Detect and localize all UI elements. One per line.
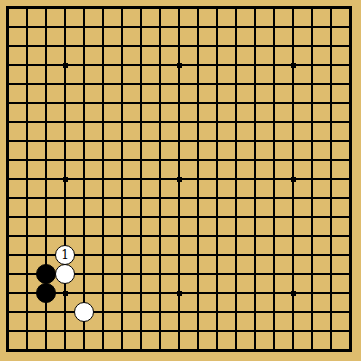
move-number-label: 1 xyxy=(61,249,69,261)
go-board[interactable]: 1 xyxy=(0,0,361,361)
white-stone[interactable] xyxy=(55,264,75,284)
star-point xyxy=(291,177,296,182)
star-point xyxy=(291,291,296,296)
star-point xyxy=(177,177,182,182)
intersection-grid[interactable]: 1 xyxy=(0,0,360,360)
star-point xyxy=(63,177,68,182)
star-point xyxy=(63,291,68,296)
white-stone[interactable] xyxy=(74,302,94,322)
black-stone[interactable] xyxy=(36,283,56,303)
black-stone[interactable] xyxy=(36,264,56,284)
star-point xyxy=(63,63,68,68)
star-point xyxy=(291,63,296,68)
star-point xyxy=(177,63,182,68)
white-stone[interactable]: 1 xyxy=(55,245,75,265)
star-point xyxy=(177,291,182,296)
